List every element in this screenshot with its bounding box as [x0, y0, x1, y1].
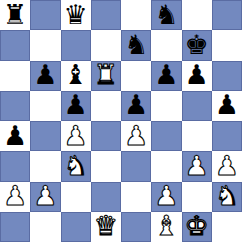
square-b3[interactable] — [30, 151, 60, 181]
square-a5[interactable] — [0, 91, 30, 121]
white-pawn: ♟ — [64, 122, 88, 149]
square-c7[interactable] — [61, 30, 91, 60]
square-b6[interactable]: ♟ — [30, 61, 60, 91]
white-knight: ♞ — [215, 182, 239, 209]
square-c3[interactable]: ♞ — [61, 151, 91, 181]
square-a8[interactable]: ♜ — [0, 0, 30, 30]
white-pawn: ♟ — [154, 182, 178, 209]
square-h3[interactable]: ♟ — [212, 151, 242, 181]
square-d8[interactable] — [91, 0, 121, 30]
white-bishop: ♝ — [154, 212, 178, 239]
black-pawn: ♟ — [124, 91, 148, 118]
square-f3[interactable] — [151, 151, 181, 181]
square-f7[interactable] — [151, 30, 181, 60]
square-f8[interactable]: ♞ — [151, 0, 181, 30]
white-pawn: ♟ — [215, 152, 239, 179]
square-d4[interactable] — [91, 121, 121, 151]
black-king: ♚ — [185, 31, 209, 58]
square-e7[interactable]: ♞ — [121, 30, 151, 60]
square-e4[interactable]: ♟ — [121, 121, 151, 151]
square-e1[interactable] — [121, 212, 151, 242]
square-f4[interactable] — [151, 121, 181, 151]
square-b1[interactable] — [30, 212, 60, 242]
square-b5[interactable] — [30, 91, 60, 121]
square-d5[interactable] — [91, 91, 121, 121]
square-g6[interactable]: ♟ — [182, 61, 212, 91]
square-d2[interactable] — [91, 182, 121, 212]
square-e2[interactable] — [121, 182, 151, 212]
square-c2[interactable] — [61, 182, 91, 212]
square-h4[interactable] — [212, 121, 242, 151]
black-pawn: ♟ — [215, 91, 239, 118]
square-d7[interactable] — [91, 30, 121, 60]
square-e6[interactable] — [121, 61, 151, 91]
square-h7[interactable] — [212, 30, 242, 60]
square-g7[interactable]: ♚ — [182, 30, 212, 60]
square-d3[interactable] — [91, 151, 121, 181]
black-pawn: ♟ — [64, 91, 88, 118]
square-a3[interactable] — [0, 151, 30, 181]
square-a1[interactable] — [0, 212, 30, 242]
black-knight: ♞ — [124, 31, 148, 58]
square-e8[interactable] — [121, 0, 151, 30]
black-pawn: ♟ — [3, 122, 27, 149]
square-g3[interactable]: ♟ — [182, 151, 212, 181]
white-pawn: ♟ — [33, 182, 57, 209]
black-pawn: ♟ — [185, 61, 209, 88]
square-f5[interactable] — [151, 91, 181, 121]
black-queen: ♛ — [64, 1, 88, 28]
square-b8[interactable] — [30, 0, 60, 30]
square-g2[interactable] — [182, 182, 212, 212]
square-e5[interactable]: ♟ — [121, 91, 151, 121]
white-pawn: ♟ — [3, 182, 27, 209]
square-h2[interactable]: ♞ — [212, 182, 242, 212]
square-b2[interactable]: ♟ — [30, 182, 60, 212]
white-rook: ♜ — [94, 61, 118, 88]
square-c4[interactable]: ♟ — [61, 121, 91, 151]
square-c6[interactable]: ♝ — [61, 61, 91, 91]
square-g1[interactable]: ♚ — [182, 212, 212, 242]
square-c8[interactable]: ♛ — [61, 0, 91, 30]
black-pawn: ♟ — [33, 61, 57, 88]
square-g4[interactable] — [182, 121, 212, 151]
black-bishop: ♝ — [64, 61, 88, 88]
square-f1[interactable]: ♝ — [151, 212, 181, 242]
square-a2[interactable]: ♟ — [0, 182, 30, 212]
square-h8[interactable] — [212, 0, 242, 30]
chess-board: ♜♛♞♞♚♟♝♜♟♟♟♟♟♟♟♟♞♟♟♟♟♟♞♛♝♚ — [0, 0, 242, 242]
white-queen: ♛ — [94, 212, 118, 239]
white-king: ♚ — [185, 212, 209, 239]
square-a4[interactable]: ♟ — [0, 121, 30, 151]
square-h1[interactable] — [212, 212, 242, 242]
square-a6[interactable] — [0, 61, 30, 91]
square-c5[interactable]: ♟ — [61, 91, 91, 121]
square-h6[interactable] — [212, 61, 242, 91]
square-g8[interactable] — [182, 0, 212, 30]
square-h5[interactable]: ♟ — [212, 91, 242, 121]
white-pawn: ♟ — [185, 152, 209, 179]
square-g5[interactable] — [182, 91, 212, 121]
square-f6[interactable]: ♟ — [151, 61, 181, 91]
black-pawn: ♟ — [154, 61, 178, 88]
square-c1[interactable] — [61, 212, 91, 242]
square-e3[interactable] — [121, 151, 151, 181]
square-d1[interactable]: ♛ — [91, 212, 121, 242]
square-f2[interactable]: ♟ — [151, 182, 181, 212]
square-b4[interactable] — [30, 121, 60, 151]
white-pawn: ♟ — [124, 122, 148, 149]
white-knight: ♞ — [64, 152, 88, 179]
black-rook: ♜ — [3, 1, 27, 28]
black-knight: ♞ — [154, 1, 178, 28]
square-a7[interactable] — [0, 30, 30, 60]
square-b7[interactable] — [30, 30, 60, 60]
square-d6[interactable]: ♜ — [91, 61, 121, 91]
